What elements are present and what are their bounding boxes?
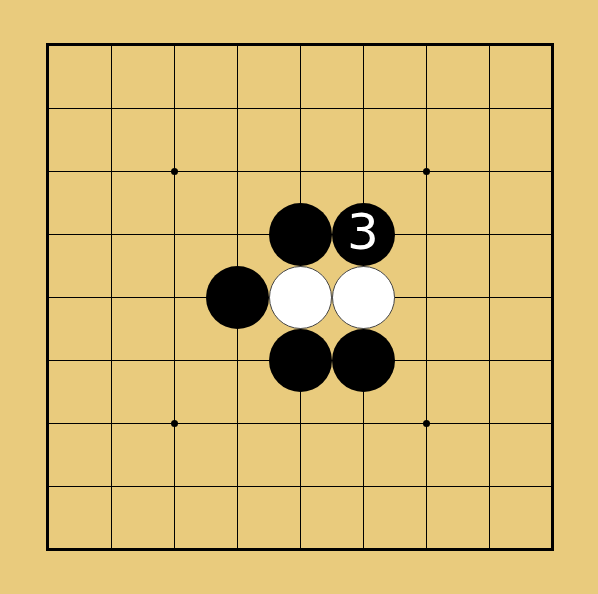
board-cell[interactable] [395, 266, 458, 329]
board-cell[interactable] [332, 329, 395, 392]
board-cell[interactable] [206, 455, 269, 518]
board-cell[interactable] [395, 392, 458, 455]
board-cell[interactable] [458, 518, 521, 581]
board-cell[interactable] [80, 140, 143, 203]
board-cell[interactable] [80, 518, 143, 581]
board-cell[interactable] [80, 77, 143, 140]
board-cell[interactable] [17, 266, 80, 329]
stone-black[interactable] [269, 329, 332, 392]
board-cell[interactable] [521, 203, 584, 266]
board-cell[interactable] [80, 455, 143, 518]
move-number-label: 3 [347, 207, 379, 257]
board-cell[interactable] [521, 266, 584, 329]
board-cell[interactable] [206, 266, 269, 329]
board-cell[interactable] [458, 77, 521, 140]
stone-black[interactable] [206, 266, 269, 329]
board-cell[interactable] [17, 77, 80, 140]
board-cell[interactable] [17, 518, 80, 581]
board-cell[interactable] [521, 518, 584, 581]
board-cell[interactable] [332, 518, 395, 581]
board-cell[interactable] [521, 77, 584, 140]
board-cell[interactable] [395, 14, 458, 77]
board-cell[interactable] [269, 455, 332, 518]
board-cell[interactable] [143, 329, 206, 392]
board-cell[interactable] [269, 14, 332, 77]
board-cell[interactable] [395, 329, 458, 392]
board-cell[interactable] [206, 77, 269, 140]
stone-white[interactable] [269, 266, 332, 329]
board-cell[interactable] [269, 140, 332, 203]
board-cell[interactable] [521, 14, 584, 77]
board-cell[interactable] [17, 140, 80, 203]
board-cell[interactable] [80, 266, 143, 329]
board-cell[interactable] [269, 203, 332, 266]
board-cell[interactable] [332, 392, 395, 455]
board-cell[interactable] [269, 518, 332, 581]
board-cell[interactable] [143, 77, 206, 140]
stone-black[interactable] [332, 329, 395, 392]
board-cell[interactable] [206, 140, 269, 203]
go-board: 3 [17, 14, 584, 581]
board-cell[interactable]: 3 [332, 203, 395, 266]
board-cell[interactable] [269, 392, 332, 455]
board-cell[interactable] [332, 77, 395, 140]
board-cell[interactable] [395, 518, 458, 581]
board-cell[interactable] [269, 329, 332, 392]
board-cell[interactable] [395, 77, 458, 140]
board-cell[interactable] [206, 203, 269, 266]
board-cell[interactable] [143, 266, 206, 329]
board-cell[interactable] [521, 455, 584, 518]
board-cell[interactable] [143, 14, 206, 77]
board-cell[interactable] [332, 14, 395, 77]
board-cell[interactable] [332, 266, 395, 329]
board-cell[interactable] [458, 455, 521, 518]
board-cell[interactable] [80, 392, 143, 455]
stone-white[interactable] [332, 266, 395, 329]
board-cell[interactable] [17, 203, 80, 266]
board-cell[interactable] [206, 14, 269, 77]
board-cell[interactable] [332, 455, 395, 518]
board-cell[interactable] [80, 203, 143, 266]
board-cell[interactable] [143, 203, 206, 266]
board-cell[interactable] [521, 329, 584, 392]
board-cell[interactable] [143, 140, 206, 203]
board-cell[interactable] [395, 140, 458, 203]
board-cell[interactable] [80, 329, 143, 392]
board-cell[interactable] [206, 329, 269, 392]
board-cell[interactable] [458, 203, 521, 266]
board-cell[interactable] [143, 392, 206, 455]
board-cell[interactable] [521, 392, 584, 455]
board-cell[interactable] [143, 518, 206, 581]
go-diagram: 3 [0, 0, 598, 594]
board-cell[interactable] [458, 140, 521, 203]
board-cell[interactable] [206, 392, 269, 455]
board-cell[interactable] [458, 266, 521, 329]
board-cell[interactable] [17, 392, 80, 455]
board-cell[interactable] [521, 140, 584, 203]
board-cell[interactable] [458, 392, 521, 455]
board-cell[interactable] [458, 329, 521, 392]
stone-black[interactable] [269, 203, 332, 266]
board-cell[interactable] [143, 455, 206, 518]
board-cell[interactable] [17, 329, 80, 392]
board-cell[interactable] [458, 14, 521, 77]
board-cell[interactable] [395, 203, 458, 266]
board-cell[interactable] [332, 140, 395, 203]
board-cell[interactable] [17, 14, 80, 77]
board-cell[interactable] [269, 266, 332, 329]
board-cell[interactable] [206, 518, 269, 581]
stone-black[interactable]: 3 [332, 203, 395, 266]
board-cell[interactable] [17, 455, 80, 518]
board-cell[interactable] [80, 14, 143, 77]
board-cell[interactable] [395, 455, 458, 518]
board-cell[interactable] [269, 77, 332, 140]
